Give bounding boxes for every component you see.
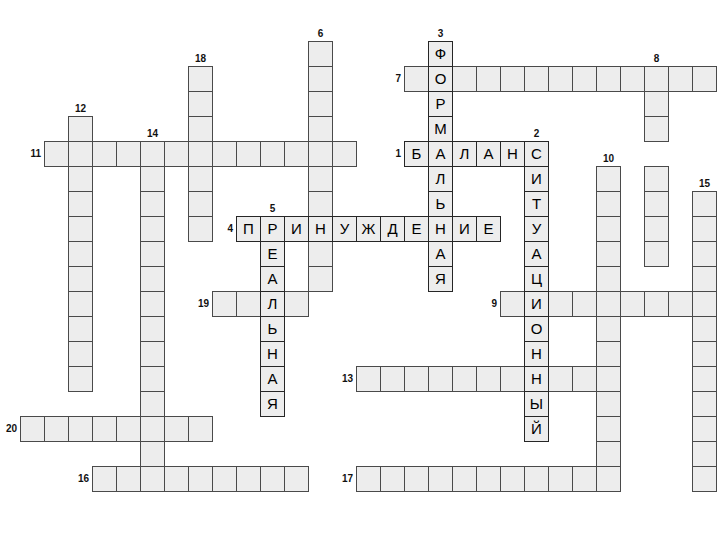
grid-cell-empty[interactable] [116, 466, 141, 492]
grid-cell-letter[interactable]: Т [524, 191, 549, 217]
grid-cell-empty[interactable] [92, 141, 117, 167]
grid-cell-letter[interactable]: Н [308, 216, 333, 242]
grid-cell-empty[interactable] [692, 416, 717, 442]
grid-cell-empty[interactable] [644, 91, 669, 117]
grid-cell-letter[interactable]: Ц [524, 266, 549, 292]
grid-cell-empty[interactable] [572, 66, 597, 92]
grid-cell-empty[interactable] [596, 216, 621, 242]
grid-cell-empty[interactable] [140, 166, 165, 192]
grid-cell-empty[interactable] [356, 466, 381, 492]
grid-cell-empty[interactable] [548, 366, 573, 392]
grid-cell-empty[interactable] [68, 241, 93, 267]
grid-cell-letter[interactable]: О [524, 316, 549, 342]
grid-cell-empty[interactable] [692, 466, 717, 492]
grid-cell-empty[interactable] [68, 216, 93, 242]
grid-cell-empty[interactable] [68, 416, 93, 442]
clue-number-6-down: 6 [308, 28, 333, 40]
clue-number-13-across: 13 [325, 373, 353, 385]
grid-cell-empty[interactable] [500, 66, 525, 92]
grid-cell-empty[interactable] [140, 366, 165, 392]
grid-cell-letter[interactable]: А [260, 266, 285, 292]
grid-cell-empty[interactable] [68, 116, 93, 142]
grid-cell-empty[interactable] [260, 141, 285, 167]
grid-cell-empty[interactable] [572, 366, 597, 392]
grid-cell-empty[interactable] [212, 141, 237, 167]
grid-cell-empty[interactable] [68, 366, 93, 392]
grid-cell-empty[interactable] [596, 316, 621, 342]
grid-cell-empty[interactable] [188, 166, 213, 192]
clue-number-17-across: 17 [325, 473, 353, 485]
grid-cell-empty[interactable] [644, 291, 669, 317]
grid-cell-empty[interactable] [236, 291, 261, 317]
grid-cell-empty[interactable] [620, 66, 645, 92]
grid-cell-empty[interactable] [116, 416, 141, 442]
grid-cell-empty[interactable] [692, 266, 717, 292]
grid-cell-empty[interactable] [308, 166, 333, 192]
grid-cell-empty[interactable] [596, 341, 621, 367]
grid-cell-letter[interactable]: П [236, 216, 261, 242]
grid-cell-empty[interactable] [308, 91, 333, 117]
grid-cell-empty[interactable] [596, 166, 621, 192]
grid-cell-empty[interactable] [140, 391, 165, 417]
grid-cell-empty[interactable] [68, 166, 93, 192]
grid-cell-empty[interactable] [92, 416, 117, 442]
grid-cell-letter[interactable]: О [428, 66, 453, 92]
grid-cell-empty[interactable] [644, 166, 669, 192]
grid-cell-letter[interactable]: Я [260, 391, 285, 417]
grid-cell-letter[interactable]: Л [260, 291, 285, 317]
grid-cell-empty[interactable] [188, 191, 213, 217]
grid-cell-empty[interactable] [308, 41, 333, 67]
grid-cell-empty[interactable] [164, 141, 189, 167]
grid-cell-letter[interactable]: Н [428, 216, 453, 242]
grid-cell-letter[interactable]: Н [500, 141, 525, 167]
grid-cell-empty[interactable] [476, 466, 501, 492]
clue-number-11-across: 11 [13, 148, 41, 160]
grid-cell-empty[interactable] [692, 366, 717, 392]
clue-number-14-down: 14 [140, 128, 165, 140]
grid-cell-empty[interactable] [188, 416, 213, 442]
grid-cell-empty[interactable] [596, 66, 621, 92]
grid-cell-empty[interactable] [428, 366, 453, 392]
grid-cell-empty[interactable] [596, 266, 621, 292]
grid-cell-empty[interactable] [332, 141, 357, 167]
grid-cell-empty[interactable] [596, 391, 621, 417]
grid-cell-empty[interactable] [68, 291, 93, 317]
grid-cell-empty[interactable] [692, 241, 717, 267]
grid-cell-letter[interactable]: А [524, 241, 549, 267]
clue-number-19-across: 19 [181, 298, 209, 310]
grid-cell-letter[interactable]: Ь [428, 191, 453, 217]
grid-cell-letter[interactable]: Ы [524, 391, 549, 417]
grid-cell-letter[interactable]: Ь [260, 316, 285, 342]
clue-number-16-across: 16 [61, 473, 89, 485]
grid-cell-empty[interactable] [692, 191, 717, 217]
grid-cell-letter[interactable]: А [428, 141, 453, 167]
grid-cell-letter[interactable]: Ж [356, 216, 381, 242]
grid-cell-empty[interactable] [68, 266, 93, 292]
grid-cell-empty[interactable] [284, 291, 309, 317]
clue-number-4-across: 4 [205, 223, 233, 235]
clue-number-2-down: 2 [524, 128, 549, 140]
clue-number-15-down: 15 [692, 178, 717, 190]
grid-cell-empty[interactable] [644, 216, 669, 242]
grid-cell-empty[interactable] [596, 466, 621, 492]
clue-number-8-down: 8 [644, 53, 669, 65]
grid-cell-empty[interactable] [116, 141, 141, 167]
grid-cell-empty[interactable] [140, 466, 165, 492]
grid-cell-empty[interactable] [284, 466, 309, 492]
grid-cell-empty[interactable] [596, 366, 621, 392]
grid-cell-empty[interactable] [668, 291, 693, 317]
grid-cell-letter[interactable]: Й [524, 416, 549, 442]
grid-cell-empty[interactable] [644, 116, 669, 142]
grid-cell-empty[interactable] [476, 66, 501, 92]
grid-cell-empty[interactable] [404, 466, 429, 492]
grid-cell-empty[interactable] [548, 466, 573, 492]
grid-cell-letter[interactable]: Р [260, 216, 285, 242]
grid-cell-empty[interactable] [308, 66, 333, 92]
clue-number-12-down: 12 [68, 103, 93, 115]
grid-cell-empty[interactable] [692, 316, 717, 342]
clue-number-10-down: 10 [596, 153, 621, 165]
grid-cell-empty[interactable] [188, 141, 213, 167]
grid-cell-empty[interactable] [644, 241, 669, 267]
grid-cell-empty[interactable] [692, 341, 717, 367]
grid-cell-empty[interactable] [188, 466, 213, 492]
grid-cell-empty[interactable] [68, 341, 93, 367]
clue-number-7-across: 7 [373, 73, 401, 85]
grid-cell-letter[interactable]: Д [380, 216, 405, 242]
clue-number-1-across: 1 [373, 148, 401, 160]
grid-cell-empty[interactable] [308, 266, 333, 292]
grid-cell-empty[interactable] [404, 366, 429, 392]
grid-cell-empty[interactable] [452, 366, 477, 392]
grid-cell-letter[interactable]: А [476, 141, 501, 167]
grid-cell-empty[interactable] [524, 66, 549, 92]
grid-cell-empty[interactable] [572, 466, 597, 492]
grid-cell-empty[interactable] [500, 466, 525, 492]
grid-cell-letter[interactable]: Я [428, 266, 453, 292]
grid-cell-empty[interactable] [548, 66, 573, 92]
grid-cell-letter[interactable]: С [524, 141, 549, 167]
grid-cell-empty[interactable] [212, 466, 237, 492]
grid-cell-empty[interactable] [500, 291, 525, 317]
grid-cell-empty[interactable] [692, 291, 717, 317]
grid-cell-empty[interactable] [524, 466, 549, 492]
grid-cell-empty[interactable] [44, 141, 69, 167]
grid-cell-empty[interactable] [140, 241, 165, 267]
grid-cell-empty[interactable] [668, 66, 693, 92]
grid-cell-empty[interactable] [596, 441, 621, 467]
grid-cell-letter[interactable]: И [452, 216, 477, 242]
grid-cell-letter[interactable]: Е [260, 241, 285, 267]
grid-cell-empty[interactable] [308, 241, 333, 267]
grid-cell-empty[interactable] [428, 466, 453, 492]
grid-cell-letter[interactable]: А [428, 241, 453, 267]
grid-cell-empty[interactable] [308, 116, 333, 142]
clue-number-18-down: 18 [188, 53, 213, 65]
grid-cell-empty[interactable] [548, 291, 573, 317]
grid-cell-empty[interactable] [260, 466, 285, 492]
grid-cell-letter[interactable]: Р [428, 91, 453, 117]
grid-cell-letter[interactable]: Ф [428, 41, 453, 67]
grid-cell-empty[interactable] [140, 191, 165, 217]
grid-cell-empty[interactable] [692, 441, 717, 467]
grid-cell-empty[interactable] [644, 66, 669, 92]
grid-cell-letter[interactable]: У [524, 216, 549, 242]
clue-number-3-down: 3 [428, 28, 453, 40]
grid-cell-letter[interactable]: А [260, 366, 285, 392]
grid-cell-empty[interactable] [140, 416, 165, 442]
grid-cell-empty[interactable] [500, 366, 525, 392]
grid-cell-empty[interactable] [476, 366, 501, 392]
grid-cell-empty[interactable] [284, 141, 309, 167]
grid-cell-empty[interactable] [596, 291, 621, 317]
grid-cell-letter[interactable]: Л [428, 166, 453, 192]
grid-cell-empty[interactable] [308, 141, 333, 167]
grid-cell-letter[interactable]: Н [524, 341, 549, 367]
grid-cell-empty[interactable] [236, 141, 261, 167]
grid-cell-empty[interactable] [140, 441, 165, 467]
grid-cell-empty[interactable] [140, 141, 165, 167]
grid-cell-empty[interactable] [692, 66, 717, 92]
grid-cell-empty[interactable] [692, 216, 717, 242]
grid-cell-empty[interactable] [572, 291, 597, 317]
grid-cell-empty[interactable] [380, 366, 405, 392]
grid-cell-empty[interactable] [140, 216, 165, 242]
grid-cell-empty[interactable] [140, 291, 165, 317]
grid-cell-empty[interactable] [164, 416, 189, 442]
clue-number-9-across: 9 [469, 298, 497, 310]
clue-number-5-down: 5 [260, 203, 285, 215]
grid-cell-empty[interactable] [68, 141, 93, 167]
grid-cell-letter[interactable]: Н [260, 341, 285, 367]
grid-cell-empty[interactable] [236, 466, 261, 492]
grid-cell-empty[interactable] [692, 391, 717, 417]
grid-cell-letter[interactable]: И [284, 216, 309, 242]
grid-cell-empty[interactable] [212, 291, 237, 317]
grid-cell-letter[interactable]: Е [404, 216, 429, 242]
grid-cell-empty[interactable] [188, 91, 213, 117]
grid-cell-empty[interactable] [596, 191, 621, 217]
grid-cell-letter[interactable]: Н [524, 366, 549, 392]
grid-cell-letter[interactable]: Л [452, 141, 477, 167]
grid-cell-empty[interactable] [68, 191, 93, 217]
grid-cell-empty[interactable] [188, 116, 213, 142]
grid-cell-empty[interactable] [596, 241, 621, 267]
grid-cell-empty[interactable] [68, 316, 93, 342]
clue-number-20-across: 20 [0, 423, 17, 435]
grid-cell-empty[interactable] [452, 466, 477, 492]
grid-cell-empty[interactable] [620, 291, 645, 317]
grid-cell-empty[interactable] [188, 66, 213, 92]
crossword-board: ФОРМБАЛАНСЛИЬТПРИНУЖДЕНИЕУЕАААЯЦЛИЬОННАН… [0, 0, 720, 540]
grid-cell-empty[interactable] [164, 466, 189, 492]
grid-cell-empty[interactable] [308, 191, 333, 217]
grid-cell-letter[interactable]: И [524, 166, 549, 192]
grid-cell-letter[interactable]: И [524, 291, 549, 317]
grid-cell-empty[interactable] [140, 316, 165, 342]
grid-cell-empty[interactable] [596, 416, 621, 442]
grid-cell-letter[interactable]: Е [476, 216, 501, 242]
grid-cell-empty[interactable] [44, 416, 69, 442]
grid-cell-empty[interactable] [20, 416, 45, 442]
grid-cell-empty[interactable] [356, 366, 381, 392]
grid-cell-empty[interactable] [140, 341, 165, 367]
grid-cell-empty[interactable] [644, 191, 669, 217]
grid-cell-letter[interactable]: М [428, 116, 453, 142]
grid-cell-letter[interactable]: У [332, 216, 357, 242]
grid-cell-empty[interactable] [452, 66, 477, 92]
grid-cell-empty[interactable] [380, 466, 405, 492]
grid-cell-letter[interactable]: Б [404, 141, 429, 167]
grid-cell-empty[interactable] [92, 466, 117, 492]
grid-cell-empty[interactable] [140, 266, 165, 292]
grid-cell-empty[interactable] [404, 66, 429, 92]
